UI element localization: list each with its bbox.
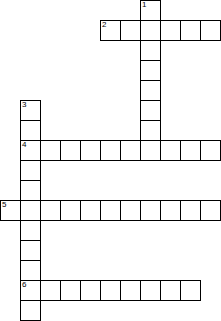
crossword-cell[interactable] xyxy=(80,280,101,301)
crossword-cell[interactable]: 3 xyxy=(20,100,41,121)
crossword-cell[interactable] xyxy=(60,200,81,221)
crossword-cell[interactable] xyxy=(140,120,161,141)
crossword-cell[interactable] xyxy=(100,200,121,221)
crossword-cell[interactable] xyxy=(20,180,41,201)
crossword-cell[interactable] xyxy=(100,140,121,161)
crossword-cell[interactable] xyxy=(140,140,161,161)
crossword-cell[interactable] xyxy=(120,20,141,41)
crossword-cell[interactable] xyxy=(160,280,181,301)
clue-number: 6 xyxy=(22,281,26,289)
crossword-cell[interactable] xyxy=(160,200,181,221)
crossword-cell[interactable] xyxy=(20,200,41,221)
crossword-cell[interactable] xyxy=(20,120,41,141)
crossword-cell[interactable] xyxy=(120,140,141,161)
crossword-cell[interactable] xyxy=(140,60,161,81)
crossword-cell[interactable] xyxy=(200,140,221,161)
crossword-cell[interactable] xyxy=(60,140,81,161)
crossword-cell[interactable] xyxy=(200,200,221,221)
crossword-cell[interactable] xyxy=(40,200,61,221)
crossword-cell[interactable] xyxy=(180,20,201,41)
crossword-cell[interactable] xyxy=(180,200,201,221)
clue-number: 4 xyxy=(22,141,26,149)
clue-number: 3 xyxy=(22,101,26,109)
crossword-cell[interactable] xyxy=(140,280,161,301)
clue-number: 1 xyxy=(142,1,146,9)
crossword-cell[interactable] xyxy=(20,160,41,181)
crossword-cell[interactable] xyxy=(80,200,101,221)
crossword-cell[interactable] xyxy=(20,260,41,281)
crossword-cell[interactable] xyxy=(20,240,41,261)
crossword-cell[interactable] xyxy=(120,200,141,221)
crossword-cell[interactable] xyxy=(140,200,161,221)
crossword-cell[interactable] xyxy=(40,140,61,161)
crossword-cell[interactable] xyxy=(200,20,221,41)
crossword-cell[interactable] xyxy=(160,140,181,161)
crossword-cell[interactable] xyxy=(140,80,161,101)
crossword-cell[interactable]: 4 xyxy=(20,140,41,161)
crossword-cell[interactable] xyxy=(120,280,141,301)
crossword-cell[interactable] xyxy=(80,140,101,161)
crossword-cell[interactable] xyxy=(140,20,161,41)
clue-number: 5 xyxy=(2,201,6,209)
crossword-cell[interactable]: 5 xyxy=(0,200,21,221)
crossword-cell[interactable] xyxy=(20,220,41,241)
crossword-cell[interactable] xyxy=(140,100,161,121)
crossword-cell[interactable] xyxy=(160,20,181,41)
crossword-grid: 123456 xyxy=(0,0,221,321)
crossword-cell[interactable] xyxy=(20,300,41,321)
crossword-cell[interactable] xyxy=(60,280,81,301)
crossword-cell[interactable] xyxy=(40,280,61,301)
crossword-cell[interactable] xyxy=(100,280,121,301)
crossword-cell[interactable] xyxy=(180,280,201,301)
crossword-cell[interactable]: 6 xyxy=(20,280,41,301)
clue-number: 2 xyxy=(102,21,106,29)
crossword-cell[interactable]: 2 xyxy=(100,20,121,41)
crossword-cell[interactable] xyxy=(140,40,161,61)
crossword-cell[interactable] xyxy=(180,140,201,161)
crossword-cell[interactable]: 1 xyxy=(140,0,161,21)
